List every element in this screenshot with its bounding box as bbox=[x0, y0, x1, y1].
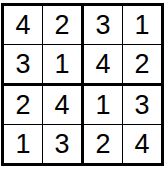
cell-r4c3[interactable]: 2 bbox=[84, 125, 123, 163]
sudoku-board: 4231314224131324 bbox=[1, 3, 164, 166]
cell-r1c3[interactable]: 3 bbox=[84, 6, 123, 45]
cell-r2c2[interactable]: 1 bbox=[43, 45, 84, 86]
board-row-2: 3142 bbox=[4, 45, 161, 86]
cell-r2c3[interactable]: 4 bbox=[84, 45, 123, 86]
board-row-4: 1324 bbox=[4, 125, 161, 163]
cell-r4c4[interactable]: 4 bbox=[123, 125, 161, 163]
board-row-3: 2413 bbox=[4, 86, 161, 125]
cell-r3c4[interactable]: 3 bbox=[123, 86, 161, 125]
cell-r3c1[interactable]: 2 bbox=[4, 86, 43, 125]
cell-r2c1[interactable]: 3 bbox=[4, 45, 43, 86]
cell-r4c1[interactable]: 1 bbox=[4, 125, 43, 163]
cell-r3c2[interactable]: 4 bbox=[43, 86, 84, 125]
cell-r1c2[interactable]: 2 bbox=[43, 6, 84, 45]
cell-r1c1[interactable]: 4 bbox=[4, 6, 43, 45]
cell-r3c3[interactable]: 1 bbox=[84, 86, 123, 125]
cell-r2c4[interactable]: 2 bbox=[123, 45, 161, 86]
cell-r1c4[interactable]: 1 bbox=[123, 6, 161, 45]
board-row-1: 4231 bbox=[4, 6, 161, 45]
cell-r4c2[interactable]: 3 bbox=[43, 125, 84, 163]
